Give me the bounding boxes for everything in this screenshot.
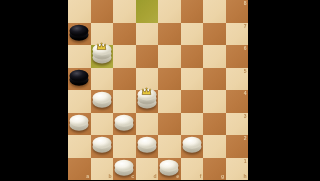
checkers-board: 8765432abcdefg1h (68, 0, 248, 180)
square-c1[interactable]: c (113, 158, 136, 181)
rank-label-7: 7 (244, 24, 247, 29)
square-c2[interactable] (113, 135, 136, 158)
square-f6[interactable] (181, 45, 204, 68)
square-h5[interactable]: 5 (226, 68, 249, 91)
square-e7[interactable] (158, 23, 181, 46)
square-b6[interactable] (91, 45, 114, 68)
file-label-a: a (86, 174, 89, 179)
square-g3[interactable] (203, 113, 226, 136)
square-e5[interactable] (158, 68, 181, 91)
file-label-g: g (221, 174, 224, 179)
square-a5[interactable] (68, 68, 91, 91)
file-label-h: h (243, 174, 246, 179)
square-b7[interactable] (91, 23, 114, 46)
square-a8[interactable] (68, 0, 91, 23)
rank-label-2: 2 (244, 136, 247, 141)
square-f1[interactable]: f (181, 158, 204, 181)
file-label-d: d (153, 174, 156, 179)
square-h7[interactable]: 7 (226, 23, 249, 46)
square-a4[interactable] (68, 90, 91, 113)
square-b3[interactable] (91, 113, 114, 136)
square-f3[interactable] (181, 113, 204, 136)
square-h8[interactable]: 8 (226, 0, 249, 23)
white-man-piece-d2[interactable] (137, 137, 156, 153)
white-man-piece-e1[interactable] (160, 159, 179, 175)
file-label-f: f (200, 174, 202, 179)
square-g5[interactable] (203, 68, 226, 91)
file-label-b: b (108, 174, 111, 179)
square-d3[interactable] (136, 113, 159, 136)
rank-label-4: 4 (244, 91, 247, 96)
square-d1[interactable]: d (136, 158, 159, 181)
square-e1[interactable]: e (158, 158, 181, 181)
white-king-piece-d4[interactable] (137, 89, 156, 109)
square-e3[interactable] (158, 113, 181, 136)
rank-label-1: 1 (244, 159, 247, 164)
white-man-piece-b2[interactable] (92, 137, 111, 153)
square-b4[interactable] (91, 90, 114, 113)
square-f7[interactable] (181, 23, 204, 46)
rank-label-5: 5 (244, 69, 247, 74)
square-d7[interactable] (136, 23, 159, 46)
square-e2[interactable] (158, 135, 181, 158)
square-e4[interactable] (158, 90, 181, 113)
square-h6[interactable]: 6 (226, 45, 249, 68)
square-e6[interactable] (158, 45, 181, 68)
square-a2[interactable] (68, 135, 91, 158)
square-h4[interactable]: 4 (226, 90, 249, 113)
square-c5[interactable] (113, 68, 136, 91)
square-g8[interactable] (203, 0, 226, 23)
rank-label-8: 8 (244, 1, 247, 6)
app-stage: 8765432abcdefg1h (0, 0, 320, 180)
square-a3[interactable] (68, 113, 91, 136)
square-h3[interactable]: 3 (226, 113, 249, 136)
white-man-piece-a3[interactable] (70, 114, 89, 130)
square-a6[interactable] (68, 45, 91, 68)
square-d4[interactable] (136, 90, 159, 113)
square-d6[interactable] (136, 45, 159, 68)
square-f5[interactable] (181, 68, 204, 91)
rank-label-6: 6 (244, 46, 247, 51)
square-c6[interactable] (113, 45, 136, 68)
white-king-piece-b6[interactable] (92, 44, 111, 64)
square-b1[interactable]: b (91, 158, 114, 181)
white-man-piece-c1[interactable] (115, 159, 134, 175)
square-d5[interactable] (136, 68, 159, 91)
white-man-piece-c3[interactable] (115, 114, 134, 130)
square-g4[interactable] (203, 90, 226, 113)
square-b2[interactable] (91, 135, 114, 158)
square-a1[interactable]: a (68, 158, 91, 181)
square-c4[interactable] (113, 90, 136, 113)
square-g7[interactable] (203, 23, 226, 46)
square-f2[interactable] (181, 135, 204, 158)
square-d8[interactable] (136, 0, 159, 23)
black-man-piece-a5[interactable] (70, 69, 89, 85)
square-a7[interactable] (68, 23, 91, 46)
square-f4[interactable] (181, 90, 204, 113)
square-h2[interactable]: 2 (226, 135, 249, 158)
square-g6[interactable] (203, 45, 226, 68)
square-g2[interactable] (203, 135, 226, 158)
square-c3[interactable] (113, 113, 136, 136)
crown-icon (96, 43, 107, 51)
square-e8[interactable] (158, 0, 181, 23)
square-b8[interactable] (91, 0, 114, 23)
white-man-piece-f2[interactable] (182, 137, 201, 153)
square-b5[interactable] (91, 68, 114, 91)
black-man-piece-a7[interactable] (70, 24, 89, 40)
square-c7[interactable] (113, 23, 136, 46)
square-h1[interactable]: 1h (226, 158, 249, 181)
rank-label-3: 3 (244, 114, 247, 119)
square-g1[interactable]: g (203, 158, 226, 181)
square-d2[interactable] (136, 135, 159, 158)
crown-icon (141, 88, 152, 96)
square-c8[interactable] (113, 0, 136, 23)
square-f8[interactable] (181, 0, 204, 23)
white-man-piece-b4[interactable] (92, 92, 111, 108)
